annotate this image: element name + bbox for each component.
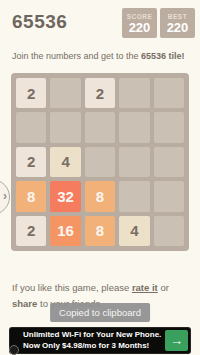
empty-cell [85,112,115,142]
footer-mid: or [158,282,169,293]
empty-cell [154,216,184,246]
ad-line2: Now Only $4.98/mo for 3 Months! [23,341,165,351]
clipboard-toast: Copied to clipboard [50,303,150,322]
empty-cell [119,147,149,177]
arrow-right-icon: → [170,334,183,347]
tile-8: 8 [85,216,115,246]
ad-text: Unlimited Wi-Fi for Your New Phone. Now … [10,330,165,351]
best-badge: BEST 220 [160,8,195,38]
tile-2: 2 [16,147,46,177]
tile-4: 4 [119,216,149,246]
empty-cell [16,112,46,142]
empty-cell [154,78,184,108]
empty-cell [154,147,184,177]
chevron-right-icon: › [3,189,7,203]
tile-8: 8 [16,181,46,211]
goal-tile-text: 65536 tile! [141,51,185,61]
tile-2: 2 [85,78,115,108]
drawer-handle[interactable]: › [0,179,10,215]
empty-cell [154,181,184,211]
footer-prefix: If you like this game, please [12,282,132,293]
ad-line1: Unlimited Wi-Fi for Your New Phone. [23,330,165,340]
score-badge: SCORE 220 [122,8,157,38]
empty-cell [119,78,149,108]
best-label: BEST [168,13,187,20]
ad-info-icon[interactable] [9,345,19,355]
score-value: 220 [129,21,151,34]
empty-cell [119,112,149,142]
tile-2: 2 [16,78,46,108]
tile-2: 2 [16,216,46,246]
app-screen: 65536 SCORE 220 BEST 220 Join the number… [0,0,200,355]
ad-banner[interactable]: Unlimited Wi-Fi for Your New Phone. Now … [10,328,190,353]
tile-8: 8 [85,181,115,211]
empty-cell [85,147,115,177]
share-link[interactable]: share [12,298,37,309]
instructions-text: Join the numbers and get to the [12,51,141,61]
game-board[interactable]: 2224832821684 [11,73,189,251]
page-title: 65536 [12,11,67,33]
empty-cell [119,181,149,211]
ad-cta-button[interactable]: → [165,330,188,351]
score-label: SCORE [127,13,153,20]
game-instructions: Join the numbers and get to the 65536 ti… [12,51,194,61]
best-value: 220 [167,21,189,34]
tile-16: 16 [50,216,80,246]
tile-4: 4 [50,147,80,177]
empty-cell [50,78,80,108]
tile-32: 32 [50,181,80,211]
empty-cell [50,112,80,142]
rate-link[interactable]: rate it [132,282,158,293]
score-badges: SCORE 220 BEST 220 [122,8,195,38]
empty-cell [154,112,184,142]
